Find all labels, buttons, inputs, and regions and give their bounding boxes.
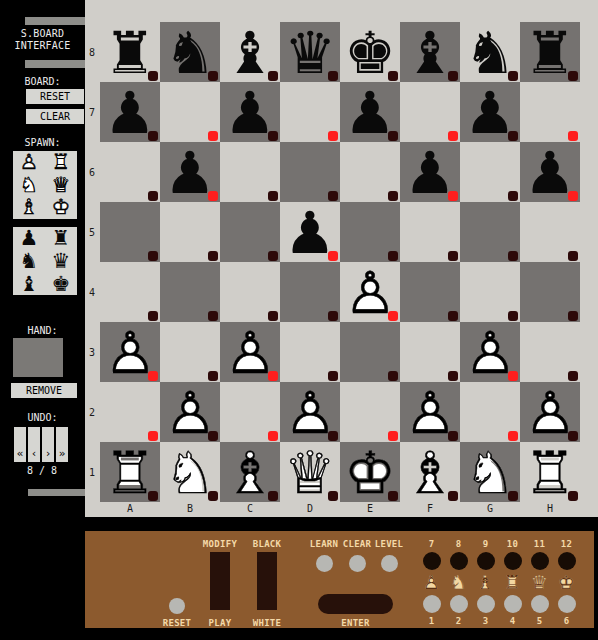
pad-button-11[interactable] [531,552,549,570]
led-d4 [328,311,338,321]
black-white-switch[interactable] [257,552,277,610]
file-label-d: D [280,501,340,516]
square-a5[interactable] [100,202,160,262]
rank-label-2: 2 [85,382,99,442]
led-f8 [448,71,458,81]
led-b1 [208,491,218,501]
file-label-e: E [340,501,400,516]
pad-button-1[interactable] [423,595,441,613]
square-f1[interactable]: ♝♗ [400,442,460,502]
led-d8 [328,71,338,81]
white-king: ♚♔ [45,196,77,219]
square-a6[interactable] [100,142,160,202]
led-e6 [388,191,398,201]
pad-column-1: 7♟♙1 [418,536,445,627]
spawn-white-knight[interactable]: ♞♘ [13,174,45,197]
square-h8[interactable]: ♜ [520,22,580,82]
enter-button[interactable] [318,594,393,614]
square-e6[interactable] [340,142,400,202]
rank-label-7: 7 [85,82,99,142]
led-h4 [568,311,578,321]
led-c1 [268,491,278,501]
square-f6[interactable]: ♟ [400,142,460,202]
led-b6 [208,191,218,201]
undo-last-button[interactable]: » [56,427,68,462]
square-b5[interactable] [160,202,220,262]
pad-piece-icon-slot: ♝♗ [476,573,496,591]
square-g5[interactable] [460,202,520,262]
led-d7 [328,131,338,141]
learn-button[interactable] [316,555,333,572]
spawn-white-pawn[interactable]: ♟♙ [13,151,45,174]
square-h6[interactable]: ♟ [520,142,580,202]
black-bishop: ♝ [13,273,45,296]
led-e1 [388,491,398,501]
modify-play-switch[interactable] [210,552,230,610]
led-a1 [148,491,158,501]
led-a3 [148,371,158,381]
board-clear-button[interactable]: CLEAR [26,109,84,124]
file-labels: ABCDEFGH [100,501,580,516]
square-b4[interactable] [160,262,220,322]
queen-icon: ♛♕ [530,573,550,591]
pad-number-4: 4 [510,615,516,627]
undo-section-label: UNDO: [0,412,85,423]
black-label: BLACK [237,539,297,549]
led-h6 [568,191,578,201]
rank-label-6: 6 [85,142,99,202]
led-h1 [568,491,578,501]
rank-label-8: 8 [85,22,99,82]
sboard-interface-app: S.BOARD INTERFACE BOARD: RESET CLEAR SPA… [0,0,598,640]
level-label: LEVEL [364,539,414,549]
pad-button-12[interactable] [558,552,576,570]
square-f7[interactable] [400,82,460,142]
pad-button-10[interactable] [504,552,522,570]
app-title-line1: S.BOARD [0,28,85,40]
pad-button-3[interactable] [477,595,495,613]
square-a8[interactable]: ♜ [100,22,160,82]
square-c3[interactable]: ♟♙ [220,322,280,382]
led-a6 [148,191,158,201]
led-d5 [328,251,338,261]
square-g3[interactable]: ♟♙ [460,322,520,382]
board-reset-button[interactable]: RESET [26,89,84,104]
pad-button-4[interactable] [504,595,522,613]
square-d8[interactable]: ♛ [280,22,340,82]
pad-piece-icon-slot: ♛♕ [530,573,550,591]
divider-bar [25,60,85,68]
square-a1[interactable]: ♜♖ [100,442,160,502]
square-d2[interactable]: ♟♙ [280,382,340,442]
square-e8[interactable]: ♚ [340,22,400,82]
square-h7[interactable] [520,82,580,142]
square-f2[interactable]: ♟♙ [400,382,460,442]
level-button[interactable] [381,555,398,572]
square-h3[interactable] [520,322,580,382]
spawn-black-bishop[interactable]: ♝ [13,273,45,296]
led-a7 [148,131,158,141]
spawn-white-queen[interactable]: ♛♕ [45,174,77,197]
pad-button-5[interactable] [531,595,549,613]
undo-forward-button[interactable]: › [42,427,54,462]
led-c5 [268,251,278,261]
square-d6[interactable] [280,142,340,202]
led-d1 [328,491,338,501]
pad-piece-icon-slot: ♚♔ [557,573,577,591]
pad-column-5: 11♛♕5 [526,536,553,627]
square-e5[interactable] [340,202,400,262]
spawn-black-knight[interactable]: ♞ [13,250,45,273]
file-label-h: H [520,501,580,516]
pad-piece-icon-slot: ♞♘ [449,573,469,591]
pad-number-10: 10 [507,538,518,550]
white-rook: ♜♖ [45,151,77,174]
square-d7[interactable] [280,82,340,142]
undo-first-button[interactable]: « [14,427,26,462]
pad-column-6: 12♚♔6 [553,536,580,627]
hand-section-label: HAND: [0,325,85,336]
app-title: S.BOARD INTERFACE [0,28,85,52]
led-e3 [388,371,398,381]
led-b4 [208,311,218,321]
square-e1[interactable]: ♚♔ [340,442,400,502]
square-g7[interactable]: ♟ [460,82,520,142]
square-f4[interactable] [400,262,460,322]
square-d3[interactable] [280,322,340,382]
main-area: 87654321 ♜♞♝♛♚♝♞♜♟♟♟♟♟♟♟♟♟♙♟♙♟♙♟♙♟♙♟♙♟♙♟… [85,0,598,640]
square-e7[interactable]: ♟ [340,82,400,142]
square-d5[interactable]: ♟ [280,202,340,262]
bishop-icon: ♝♗ [476,573,496,591]
square-c2[interactable] [220,382,280,442]
panel-reset-button[interactable] [169,598,185,614]
control-panel: RESET MODIFY PLAY BLACK WHITE LEARN CLEA… [85,531,594,628]
pad-number-8: 8 [456,538,462,550]
square-b7[interactable] [160,82,220,142]
pad-column-4: 10♜♖4 [499,536,526,627]
square-c8[interactable]: ♝ [220,22,280,82]
file-label-a: A [100,501,160,516]
pad-column-2: 8♞♘2 [445,536,472,627]
square-h4[interactable] [520,262,580,322]
led-g3 [508,371,518,381]
rank-label-5: 5 [85,202,99,262]
square-f3[interactable] [400,322,460,382]
pad-number-2: 2 [456,615,462,627]
hand-slot[interactable] [13,338,63,377]
pad-button-2[interactable] [450,595,468,613]
square-a2[interactable] [100,382,160,442]
square-b3[interactable] [160,322,220,382]
led-c6 [268,191,278,201]
undo-back-button[interactable]: ‹ [28,427,40,462]
remove-button[interactable]: REMOVE [11,383,77,398]
file-label-b: B [160,501,220,516]
square-b2[interactable]: ♟♙ [160,382,220,442]
square-h2[interactable]: ♟♙ [520,382,580,442]
black-knight: ♞ [13,250,45,273]
led-h8 [568,71,578,81]
king-icon: ♚♔ [557,573,577,591]
spawn-black-rook[interactable]: ♜ [45,227,77,250]
led-h5 [568,251,578,261]
square-e3[interactable] [340,322,400,382]
pad-button-8[interactable] [450,552,468,570]
pad-number-6: 6 [564,615,570,627]
pad-number-9: 9 [483,538,489,550]
black-king: ♚ [45,273,77,296]
led-f6 [448,191,458,201]
led-c7 [268,131,278,141]
led-f5 [448,251,458,261]
sidebar: S.BOARD INTERFACE BOARD: RESET CLEAR SPA… [0,0,85,640]
pad-number-11: 11 [534,538,545,550]
square-h1[interactable]: ♜♖ [520,442,580,502]
white-queen: ♛♕ [45,174,77,197]
square-c1[interactable]: ♝♗ [220,442,280,502]
spawn-black-king[interactable]: ♚ [45,273,77,296]
rank-label-4: 4 [85,262,99,322]
pad-number-12: 12 [561,538,572,550]
square-c6[interactable] [220,142,280,202]
divider-bar [25,17,85,25]
square-f5[interactable] [400,202,460,262]
led-g7 [508,131,518,141]
board-section-label: BOARD: [0,76,85,87]
square-e2[interactable] [340,382,400,442]
spawn-black-queen[interactable]: ♛ [45,250,77,273]
led-f1 [448,491,458,501]
divider-bar [28,489,85,496]
white-bishop: ♝♗ [13,196,45,219]
pad-column-3: 9♝♗3 [472,536,499,627]
knight-icon: ♞♘ [449,573,469,591]
square-a3[interactable]: ♟♙ [100,322,160,382]
pad-number-1: 1 [429,615,435,627]
square-c5[interactable] [220,202,280,262]
spawn-palette-white: ♟♙♜♖♞♘♛♕♝♗♚♔ [13,151,77,219]
number-pad: 7♟♙18♞♘29♝♗310♜♖411♛♕512♚♔6 [418,536,580,627]
square-g1[interactable]: ♞♘ [460,442,520,502]
square-b1[interactable]: ♞♘ [160,442,220,502]
square-b8[interactable]: ♞ [160,22,220,82]
led-a5 [148,251,158,261]
pad-number-3: 3 [483,615,489,627]
clear-button[interactable] [349,555,366,572]
led-e7 [388,131,398,141]
app-title-line2: INTERFACE [0,40,85,52]
square-a4[interactable] [100,262,160,322]
white-label: WHITE [237,618,297,628]
spawn-white-king[interactable]: ♚♔ [45,196,77,219]
pawn-icon: ♟♙ [422,573,442,591]
square-c7[interactable]: ♟ [220,82,280,142]
pad-number-7: 7 [429,538,435,550]
spawn-section-label: SPAWN: [0,137,85,148]
file-label-f: F [400,501,460,516]
enter-label: ENTER [318,618,393,628]
led-f4 [448,311,458,321]
spawn-white-rook[interactable]: ♜♖ [45,151,77,174]
pad-button-7[interactable] [423,552,441,570]
square-f8[interactable]: ♝ [400,22,460,82]
spawn-white-bishop[interactable]: ♝♗ [13,196,45,219]
square-g2[interactable] [460,382,520,442]
led-b5 [208,251,218,261]
led-g5 [508,251,518,261]
pad-button-9[interactable] [477,552,495,570]
led-g1 [508,491,518,501]
pad-number-5: 5 [537,615,543,627]
rank-label-3: 3 [85,322,99,382]
file-label-c: C [220,501,280,516]
square-c4[interactable] [220,262,280,322]
square-g4[interactable] [460,262,520,322]
black-queen: ♛ [45,250,77,273]
board-area: 87654321 ♜♞♝♛♚♝♞♜♟♟♟♟♟♟♟♟♟♙♟♙♟♙♟♙♟♙♟♙♟♙♟… [85,0,598,517]
undo-counter: 8 / 8 [14,465,70,476]
spawn-black-pawn[interactable]: ♟ [13,227,45,250]
led-e4 [388,311,398,321]
square-b6[interactable]: ♟ [160,142,220,202]
black-pawn: ♟ [13,227,45,250]
rook-icon: ♜♖ [503,573,523,591]
square-g8[interactable]: ♞ [460,22,520,82]
spawn-palette-black: ♟♜♞♛♝♚ [13,227,77,295]
square-d4[interactable] [280,262,340,322]
led-b8 [208,71,218,81]
square-g6[interactable] [460,142,520,202]
file-label-g: G [460,501,520,516]
pad-button-6[interactable] [558,595,576,613]
led-g6 [508,191,518,201]
square-d1[interactable]: ♛♕ [280,442,340,502]
black-rook: ♜ [45,227,77,250]
pad-piece-icon-slot: ♜♖ [503,573,523,591]
square-a7[interactable]: ♟ [100,82,160,142]
square-h5[interactable] [520,202,580,262]
white-pawn: ♟♙ [13,151,45,174]
led-c3 [268,371,278,381]
square-e4[interactable]: ♟♙ [340,262,400,322]
chess-board: ♜♞♝♛♚♝♞♜♟♟♟♟♟♟♟♟♟♙♟♙♟♙♟♙♟♙♟♙♟♙♟♙♜♖♞♘♝♗♛♕… [100,22,580,502]
pad-piece-icon-slot: ♟♙ [422,573,442,591]
undo-controls: «‹›» [14,427,68,462]
rank-labels: 87654321 [85,22,99,502]
rank-label-1: 1 [85,442,99,502]
white-knight: ♞♘ [13,174,45,197]
